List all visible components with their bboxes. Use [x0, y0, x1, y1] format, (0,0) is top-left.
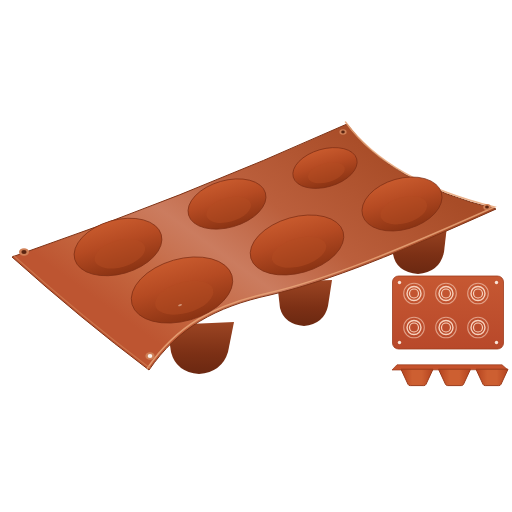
side-profile-diagram — [392, 365, 508, 386]
silicone-mould-photo — [0, 0, 512, 512]
hole-dot-bottom-left — [398, 341, 401, 344]
corner-hole-bottom — [145, 352, 154, 360]
hole-dot-bottom-right — [495, 341, 498, 344]
corner-hole-left — [19, 248, 29, 256]
corner-hole-right — [483, 204, 491, 210]
hole-dot-top-left — [398, 281, 401, 284]
top-view-diagram — [393, 276, 504, 349]
corner-hole-top — [339, 129, 346, 135]
product-photo-canvas — [0, 0, 512, 512]
hole-dot-top-right — [495, 281, 498, 284]
